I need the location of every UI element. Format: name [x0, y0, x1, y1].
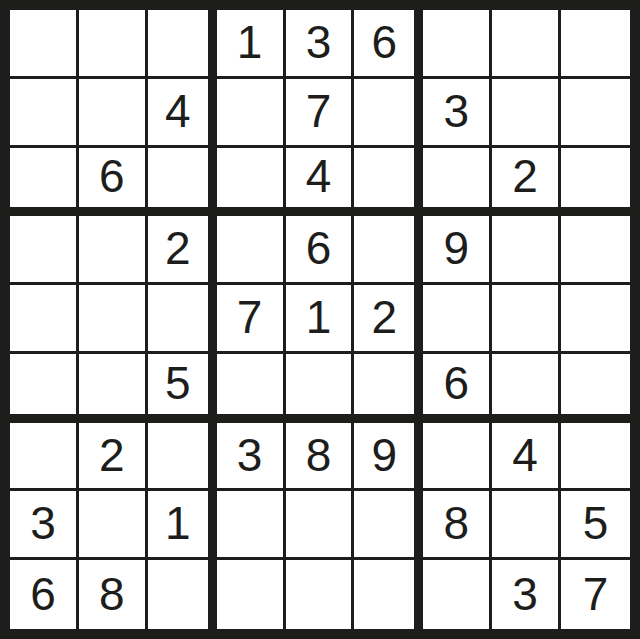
- given-digit: 2: [165, 225, 191, 271]
- cell-r5c3[interactable]: [148, 285, 217, 354]
- cell-r3c4[interactable]: [217, 148, 286, 217]
- cell-r5c5[interactable]: 1: [286, 285, 355, 354]
- cell-r4c4[interactable]: [217, 216, 286, 285]
- cell-r9c6[interactable]: [354, 560, 423, 629]
- cell-r3c6[interactable]: [354, 148, 423, 217]
- cell-r9c4[interactable]: [217, 560, 286, 629]
- cell-r3c3[interactable]: [148, 148, 217, 217]
- given-digit: 9: [372, 432, 398, 478]
- cell-r4c6[interactable]: [354, 216, 423, 285]
- cell-r6c4[interactable]: [217, 354, 286, 423]
- cell-r3c2[interactable]: 6: [79, 148, 148, 217]
- cell-r2c4[interactable]: [217, 79, 286, 148]
- cell-r2c1[interactable]: [10, 79, 79, 148]
- cell-r4c7[interactable]: 9: [423, 216, 492, 285]
- cell-r2c2[interactable]: [79, 79, 148, 148]
- given-digit: 7: [306, 88, 332, 134]
- cell-r4c9[interactable]: [561, 216, 630, 285]
- given-digit: 2: [372, 294, 398, 340]
- given-digit: 3: [30, 500, 56, 546]
- given-digit: 2: [99, 432, 125, 478]
- cell-r9c5[interactable]: [286, 560, 355, 629]
- cell-r1c5[interactable]: 3: [286, 10, 355, 79]
- cell-r8c4[interactable]: [217, 491, 286, 560]
- cell-r9c7[interactable]: [423, 560, 492, 629]
- cell-r2c9[interactable]: [561, 79, 630, 148]
- cell-r6c7[interactable]: 6: [423, 354, 492, 423]
- given-digit: 4: [165, 88, 191, 134]
- given-digit: 9: [443, 225, 469, 271]
- cell-r7c9[interactable]: [561, 423, 630, 492]
- cell-r7c8[interactable]: 4: [492, 423, 561, 492]
- given-digit: 1: [165, 500, 191, 546]
- cell-r8c8[interactable]: [492, 491, 561, 560]
- given-digit: 6: [306, 225, 332, 271]
- cell-r3c1[interactable]: [10, 148, 79, 217]
- cell-r6c3[interactable]: 5: [148, 354, 217, 423]
- cell-r1c9[interactable]: [561, 10, 630, 79]
- cell-r5c7[interactable]: [423, 285, 492, 354]
- cell-r8c3[interactable]: 1: [148, 491, 217, 560]
- given-digit: 8: [443, 500, 469, 546]
- cell-r8c2[interactable]: [79, 491, 148, 560]
- cell-r3c7[interactable]: [423, 148, 492, 217]
- given-digit: 6: [372, 19, 398, 65]
- cell-r9c2[interactable]: 8: [79, 560, 148, 629]
- cell-r3c8[interactable]: 2: [492, 148, 561, 217]
- given-digit: 3: [443, 88, 469, 134]
- cell-r7c1[interactable]: [10, 423, 79, 492]
- given-digit: 6: [443, 360, 469, 406]
- cell-r5c1[interactable]: [10, 285, 79, 354]
- cell-r9c3[interactable]: [148, 560, 217, 629]
- cell-r6c9[interactable]: [561, 354, 630, 423]
- cell-r5c2[interactable]: [79, 285, 148, 354]
- given-digit: 1: [306, 294, 332, 340]
- cell-r2c5[interactable]: 7: [286, 79, 355, 148]
- cell-r5c6[interactable]: 2: [354, 285, 423, 354]
- cell-r7c6[interactable]: 9: [354, 423, 423, 492]
- cell-r5c4[interactable]: 7: [217, 285, 286, 354]
- given-digit: 4: [512, 432, 538, 478]
- cell-r1c1[interactable]: [10, 10, 79, 79]
- cell-r6c5[interactable]: [286, 354, 355, 423]
- given-digit: 3: [512, 571, 538, 617]
- cell-r6c1[interactable]: [10, 354, 79, 423]
- cell-r7c2[interactable]: 2: [79, 423, 148, 492]
- given-digit: 8: [306, 432, 332, 478]
- cell-r9c8[interactable]: 3: [492, 560, 561, 629]
- given-digit: 1: [237, 19, 263, 65]
- cell-r6c2[interactable]: [79, 354, 148, 423]
- cell-r7c7[interactable]: [423, 423, 492, 492]
- cell-r8c9[interactable]: 5: [561, 491, 630, 560]
- given-digit: 3: [237, 432, 263, 478]
- cell-r1c2[interactable]: [79, 10, 148, 79]
- cell-r2c6[interactable]: [354, 79, 423, 148]
- cell-r1c7[interactable]: [423, 10, 492, 79]
- given-digit: 5: [583, 500, 609, 546]
- cell-r5c8[interactable]: [492, 285, 561, 354]
- cell-r2c3[interactable]: 4: [148, 79, 217, 148]
- screenshot-stage: 136473642269712562389431856837: [0, 0, 640, 639]
- cell-r4c8[interactable]: [492, 216, 561, 285]
- cell-r7c5[interactable]: 8: [286, 423, 355, 492]
- cell-r2c7[interactable]: 3: [423, 79, 492, 148]
- cell-r4c2[interactable]: [79, 216, 148, 285]
- cell-r6c8[interactable]: [492, 354, 561, 423]
- cell-r7c4[interactable]: 3: [217, 423, 286, 492]
- cell-r4c1[interactable]: [10, 216, 79, 285]
- given-digit: 5: [165, 360, 191, 406]
- cell-r1c4[interactable]: 1: [217, 10, 286, 79]
- cell-r8c6[interactable]: [354, 491, 423, 560]
- given-digit: 3: [306, 19, 332, 65]
- cell-r4c3[interactable]: 2: [148, 216, 217, 285]
- given-digit: 4: [306, 153, 332, 199]
- cell-r7c3[interactable]: [148, 423, 217, 492]
- given-digit: 7: [237, 294, 263, 340]
- cell-r4c5[interactable]: 6: [286, 216, 355, 285]
- given-digit: 8: [99, 571, 125, 617]
- cell-r9c1[interactable]: 6: [10, 560, 79, 629]
- cell-r2c8[interactable]: [492, 79, 561, 148]
- sudoku-board: 136473642269712562389431856837: [0, 0, 640, 639]
- cell-r6c6[interactable]: [354, 354, 423, 423]
- given-digit: 6: [30, 571, 56, 617]
- cell-r5c9[interactable]: [561, 285, 630, 354]
- cell-r8c7[interactable]: 8: [423, 491, 492, 560]
- cell-r8c5[interactable]: [286, 491, 355, 560]
- given-digit: 2: [512, 153, 538, 199]
- cell-r8c1[interactable]: 3: [10, 491, 79, 560]
- cell-r1c6[interactable]: 6: [354, 10, 423, 79]
- cell-r3c5[interactable]: 4: [286, 148, 355, 217]
- given-digit: 7: [583, 571, 609, 617]
- given-digit: 6: [99, 153, 125, 199]
- cell-r1c8[interactable]: [492, 10, 561, 79]
- cell-r9c9[interactable]: 7: [561, 560, 630, 629]
- cell-r3c9[interactable]: [561, 148, 630, 217]
- cell-r1c3[interactable]: [148, 10, 217, 79]
